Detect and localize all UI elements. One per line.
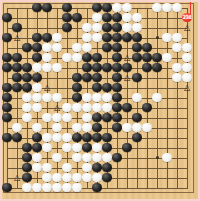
black-stone[interactable] bbox=[102, 173, 112, 183]
white-stone[interactable] bbox=[62, 183, 72, 193]
black-stone[interactable] bbox=[2, 83, 12, 93]
white-stone[interactable] bbox=[62, 143, 72, 153]
white-stone[interactable] bbox=[72, 173, 82, 183]
black-stone[interactable] bbox=[22, 43, 32, 53]
white-stone[interactable] bbox=[92, 153, 102, 163]
white-stone[interactable] bbox=[162, 33, 172, 43]
black-stone[interactable] bbox=[132, 133, 142, 143]
white-stone[interactable] bbox=[152, 3, 162, 13]
black-stone[interactable] bbox=[72, 83, 82, 93]
black-stone[interactable] bbox=[72, 73, 82, 83]
black-stone[interactable] bbox=[112, 73, 122, 83]
white-stone[interactable] bbox=[22, 113, 32, 123]
white-stone[interactable] bbox=[182, 53, 192, 63]
white-stone[interactable] bbox=[82, 103, 92, 113]
white-stone[interactable] bbox=[72, 103, 82, 113]
white-stone[interactable] bbox=[42, 63, 52, 73]
black-stone[interactable] bbox=[102, 23, 112, 33]
white-stone[interactable] bbox=[122, 13, 132, 23]
white-stone[interactable] bbox=[52, 183, 62, 193]
black-stone[interactable] bbox=[32, 33, 42, 43]
white-stone[interactable] bbox=[62, 113, 72, 123]
star-point bbox=[156, 156, 159, 159]
black-stone[interactable] bbox=[112, 53, 122, 63]
black-stone[interactable] bbox=[112, 23, 122, 33]
white-stone[interactable] bbox=[132, 123, 142, 133]
black-stone[interactable] bbox=[102, 143, 112, 153]
black-stone[interactable] bbox=[2, 93, 12, 103]
black-stone[interactable] bbox=[72, 93, 82, 103]
black-stone[interactable] bbox=[92, 113, 102, 123]
white-stone[interactable] bbox=[82, 43, 92, 53]
black-stone[interactable] bbox=[132, 113, 142, 123]
triangle-mark: △ bbox=[122, 53, 132, 63]
black-stone[interactable] bbox=[32, 143, 42, 153]
white-stone[interactable] bbox=[22, 93, 32, 103]
white-stone[interactable] bbox=[162, 3, 172, 13]
black-stone[interactable] bbox=[112, 123, 122, 133]
black-stone[interactable] bbox=[132, 33, 142, 43]
triangle-mark: △ bbox=[152, 63, 162, 73]
black-stone[interactable] bbox=[2, 33, 12, 43]
black-stone[interactable] bbox=[92, 183, 102, 193]
black-stone[interactable] bbox=[22, 83, 32, 93]
white-stone[interactable] bbox=[72, 43, 82, 53]
white-stone[interactable] bbox=[42, 133, 52, 143]
grid-line-vertical bbox=[147, 8, 148, 189]
white-stone[interactable] bbox=[172, 3, 182, 13]
white-stone[interactable] bbox=[182, 63, 192, 73]
black-stone[interactable] bbox=[112, 33, 122, 43]
white-stone[interactable] bbox=[32, 103, 42, 113]
white-stone[interactable] bbox=[92, 23, 102, 33]
black-stone[interactable] bbox=[22, 153, 32, 163]
triangle-mark: △ bbox=[12, 33, 22, 43]
triangle-mark: △ bbox=[182, 23, 192, 33]
black-stone[interactable] bbox=[122, 63, 132, 73]
white-stone[interactable] bbox=[12, 123, 22, 133]
black-stone[interactable] bbox=[72, 133, 82, 143]
triangle-mark: △ bbox=[122, 73, 132, 83]
black-stone[interactable] bbox=[122, 143, 132, 153]
white-stone[interactable] bbox=[152, 93, 162, 103]
black-stone[interactable] bbox=[92, 123, 102, 133]
black-stone[interactable] bbox=[72, 13, 82, 23]
white-stone[interactable] bbox=[82, 23, 92, 33]
black-stone[interactable] bbox=[102, 63, 112, 73]
white-stone[interactable] bbox=[22, 183, 32, 193]
triangle-mark: △ bbox=[182, 83, 192, 93]
black-stone[interactable] bbox=[62, 3, 72, 13]
black-stone[interactable] bbox=[32, 53, 42, 63]
white-stone[interactable] bbox=[82, 33, 92, 43]
white-stone[interactable] bbox=[72, 123, 82, 133]
black-stone[interactable] bbox=[122, 103, 132, 113]
white-stone[interactable] bbox=[132, 93, 142, 103]
white-stone[interactable] bbox=[132, 13, 142, 23]
triangle-mark: △ bbox=[52, 103, 62, 113]
black-stone[interactable] bbox=[132, 43, 142, 53]
white-stone[interactable] bbox=[32, 83, 42, 93]
white-stone[interactable] bbox=[92, 93, 102, 103]
white-stone[interactable] bbox=[132, 23, 142, 33]
white-stone[interactable] bbox=[72, 143, 82, 153]
white-stone[interactable] bbox=[52, 63, 62, 73]
white-stone[interactable] bbox=[42, 113, 52, 123]
triangle-mark: △ bbox=[12, 173, 22, 183]
white-stone[interactable] bbox=[52, 113, 62, 123]
black-stone[interactable] bbox=[142, 103, 152, 113]
grid-line-vertical bbox=[187, 8, 188, 189]
white-stone[interactable] bbox=[62, 173, 72, 183]
white-stone[interactable] bbox=[172, 43, 182, 53]
black-stone[interactable] bbox=[142, 43, 152, 53]
black-stone[interactable] bbox=[102, 13, 112, 23]
black-stone[interactable] bbox=[132, 73, 142, 83]
white-stone[interactable] bbox=[102, 103, 112, 113]
black-stone[interactable] bbox=[112, 103, 122, 113]
white-stone[interactable] bbox=[62, 103, 72, 113]
black-stone[interactable] bbox=[32, 133, 42, 143]
white-stone[interactable] bbox=[52, 123, 62, 133]
black-stone[interactable] bbox=[12, 133, 22, 143]
black-stone[interactable] bbox=[82, 53, 92, 63]
white-stone[interactable] bbox=[62, 53, 72, 63]
black-stone[interactable] bbox=[112, 13, 122, 23]
black-stone[interactable] bbox=[142, 53, 152, 63]
white-stone[interactable] bbox=[162, 53, 172, 63]
black-stone[interactable] bbox=[2, 113, 12, 123]
black-stone[interactable] bbox=[12, 83, 22, 93]
white-stone[interactable] bbox=[182, 73, 192, 83]
black-stone[interactable] bbox=[152, 53, 162, 63]
white-stone[interactable] bbox=[62, 163, 72, 173]
black-stone[interactable] bbox=[92, 133, 102, 143]
white-stone[interactable] bbox=[52, 153, 62, 163]
triangle-mark: △ bbox=[42, 83, 52, 93]
white-stone[interactable] bbox=[102, 93, 112, 103]
white-stone[interactable] bbox=[92, 143, 102, 153]
black-stone[interactable] bbox=[102, 83, 112, 93]
white-stone[interactable] bbox=[32, 123, 42, 133]
black-stone[interactable] bbox=[12, 63, 22, 73]
white-stone[interactable] bbox=[52, 93, 62, 103]
black-stone[interactable] bbox=[92, 53, 102, 63]
black-stone[interactable] bbox=[2, 63, 12, 73]
go-app-window: 238△△△△△△△△△ bbox=[0, 0, 200, 201]
white-stone[interactable] bbox=[52, 173, 62, 183]
black-stone[interactable] bbox=[82, 73, 92, 83]
black-stone[interactable] bbox=[112, 113, 122, 123]
white-stone[interactable] bbox=[32, 63, 42, 73]
black-stone[interactable] bbox=[142, 63, 152, 73]
white-stone[interactable] bbox=[32, 153, 42, 163]
white-stone[interactable] bbox=[142, 123, 152, 133]
white-stone[interactable] bbox=[92, 33, 102, 43]
white-stone[interactable] bbox=[92, 103, 102, 113]
black-stone[interactable] bbox=[82, 143, 92, 153]
white-stone[interactable] bbox=[122, 123, 132, 133]
black-stone[interactable] bbox=[132, 53, 142, 63]
black-stone[interactable] bbox=[112, 153, 122, 163]
white-stone[interactable] bbox=[42, 93, 52, 103]
black-stone[interactable] bbox=[102, 113, 112, 123]
black-stone[interactable] bbox=[62, 23, 72, 33]
black-stone[interactable] bbox=[92, 73, 102, 83]
white-stone[interactable] bbox=[42, 173, 52, 183]
white-stone[interactable] bbox=[182, 43, 192, 53]
white-stone[interactable] bbox=[72, 183, 82, 193]
black-stone[interactable] bbox=[12, 23, 22, 33]
white-stone[interactable] bbox=[112, 3, 122, 13]
white-stone[interactable] bbox=[82, 153, 92, 163]
black-stone[interactable] bbox=[92, 3, 102, 13]
black-stone[interactable] bbox=[102, 33, 112, 43]
black-stone[interactable] bbox=[92, 163, 102, 173]
black-stone[interactable] bbox=[112, 43, 122, 53]
white-stone[interactable] bbox=[82, 113, 92, 123]
black-stone[interactable] bbox=[82, 63, 92, 73]
white-stone[interactable] bbox=[92, 173, 102, 183]
black-stone[interactable] bbox=[2, 13, 12, 23]
black-stone[interactable] bbox=[22, 73, 32, 83]
white-stone[interactable] bbox=[122, 3, 132, 13]
white-stone[interactable] bbox=[32, 183, 42, 193]
white-stone[interactable] bbox=[172, 33, 182, 43]
black-stone[interactable] bbox=[92, 63, 102, 73]
black-stone[interactable] bbox=[102, 43, 112, 53]
white-stone[interactable] bbox=[82, 163, 92, 173]
white-stone[interactable] bbox=[42, 53, 52, 63]
black-stone[interactable] bbox=[12, 73, 22, 83]
white-stone[interactable] bbox=[22, 103, 32, 113]
last-move-pointer-line bbox=[190, 2, 191, 14]
white-stone[interactable] bbox=[52, 43, 62, 53]
black-stone[interactable] bbox=[102, 3, 112, 13]
white-stone[interactable] bbox=[52, 133, 62, 143]
black-stone[interactable] bbox=[32, 43, 42, 53]
white-stone[interactable] bbox=[42, 183, 52, 193]
black-stone[interactable] bbox=[102, 163, 112, 173]
white-stone[interactable] bbox=[62, 133, 72, 143]
white-stone[interactable] bbox=[172, 73, 182, 83]
white-stone[interactable] bbox=[172, 63, 182, 73]
black-stone[interactable] bbox=[22, 163, 32, 173]
last-move-stone[interactable]: 238 bbox=[182, 13, 192, 23]
black-stone[interactable] bbox=[112, 83, 122, 93]
black-stone[interactable] bbox=[122, 33, 132, 43]
white-stone[interactable] bbox=[72, 153, 82, 163]
black-stone[interactable] bbox=[2, 53, 12, 63]
white-stone[interactable] bbox=[32, 163, 42, 173]
white-stone[interactable] bbox=[72, 53, 82, 63]
black-stone[interactable] bbox=[2, 183, 12, 193]
black-stone[interactable] bbox=[62, 13, 72, 23]
white-stone[interactable] bbox=[162, 153, 172, 163]
goban[interactable]: 238△△△△△△△△△ bbox=[2, 2, 198, 199]
black-stone[interactable] bbox=[22, 63, 32, 73]
black-stone[interactable] bbox=[2, 103, 12, 113]
white-stone[interactable] bbox=[42, 163, 52, 173]
white-stone[interactable] bbox=[52, 33, 62, 43]
white-stone[interactable] bbox=[32, 93, 42, 103]
star-point bbox=[156, 36, 159, 39]
black-stone[interactable] bbox=[12, 53, 22, 63]
white-stone[interactable] bbox=[42, 143, 52, 153]
black-stone[interactable] bbox=[42, 33, 52, 43]
black-stone[interactable] bbox=[82, 133, 92, 143]
white-stone[interactable] bbox=[82, 93, 92, 103]
white-stone[interactable] bbox=[82, 123, 92, 133]
black-stone[interactable] bbox=[102, 133, 112, 143]
white-stone[interactable] bbox=[102, 153, 112, 163]
black-stone[interactable] bbox=[92, 83, 102, 93]
white-stone[interactable] bbox=[92, 13, 102, 23]
black-stone[interactable] bbox=[112, 63, 122, 73]
black-stone[interactable] bbox=[2, 133, 12, 143]
black-stone[interactable] bbox=[32, 73, 42, 83]
black-stone[interactable] bbox=[112, 93, 122, 103]
white-stone[interactable] bbox=[42, 43, 52, 53]
black-stone[interactable] bbox=[32, 3, 42, 13]
black-stone[interactable] bbox=[22, 173, 32, 183]
black-stone[interactable] bbox=[22, 143, 32, 153]
black-stone[interactable] bbox=[42, 3, 52, 13]
white-stone[interactable] bbox=[122, 23, 132, 33]
white-stone[interactable] bbox=[82, 173, 92, 183]
